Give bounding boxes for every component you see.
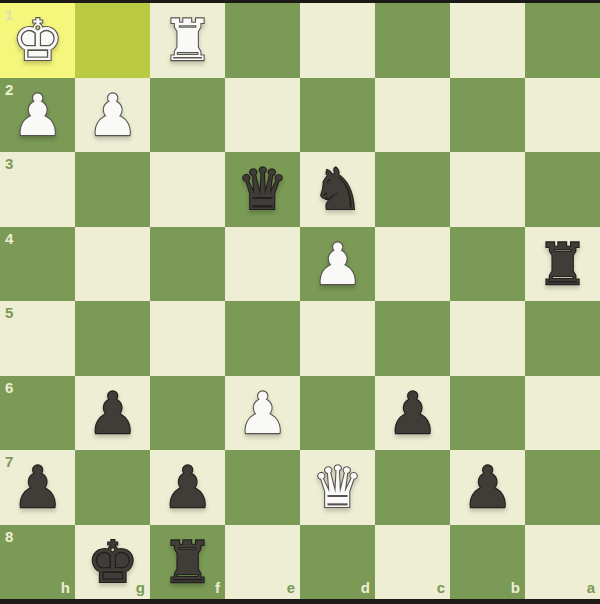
black-pawn[interactable]: ♟	[387, 376, 438, 450]
rank-label-4: 4	[5, 231, 13, 246]
square-h3[interactable]: 3	[0, 152, 75, 227]
white-queen[interactable]: ♛	[312, 450, 363, 524]
square-f7[interactable]: ♟	[150, 450, 225, 525]
square-f2[interactable]	[150, 78, 225, 153]
square-a7[interactable]	[525, 450, 600, 525]
square-f8[interactable]: f♜	[150, 525, 225, 600]
square-c8[interactable]: c	[375, 525, 450, 600]
white-king[interactable]: ♚	[12, 3, 63, 77]
square-e2[interactable]	[225, 78, 300, 153]
rank-label-5: 5	[5, 305, 13, 320]
bottom-edge-bar	[0, 599, 600, 604]
square-g3[interactable]	[75, 152, 150, 227]
white-pawn[interactable]: ♟	[87, 78, 138, 152]
square-c7[interactable]	[375, 450, 450, 525]
square-c6[interactable]: ♟	[375, 376, 450, 451]
square-b2[interactable]	[450, 78, 525, 153]
square-b5[interactable]	[450, 301, 525, 376]
square-c2[interactable]	[375, 78, 450, 153]
rank-label-6: 6	[5, 380, 13, 395]
square-c3[interactable]	[375, 152, 450, 227]
square-d4[interactable]: ♟	[300, 227, 375, 302]
square-e4[interactable]	[225, 227, 300, 302]
square-h6[interactable]: 6	[0, 376, 75, 451]
square-b8[interactable]: b	[450, 525, 525, 600]
square-f6[interactable]	[150, 376, 225, 451]
file-label-c: c	[437, 580, 445, 595]
square-h1[interactable]: 1♚	[0, 3, 75, 78]
square-e7[interactable]	[225, 450, 300, 525]
square-b4[interactable]	[450, 227, 525, 302]
file-label-b: b	[511, 580, 520, 595]
square-g6[interactable]: ♟	[75, 376, 150, 451]
square-d2[interactable]	[300, 78, 375, 153]
square-e5[interactable]	[225, 301, 300, 376]
square-b7[interactable]: ♟	[450, 450, 525, 525]
square-h7[interactable]: 7♟	[0, 450, 75, 525]
square-h5[interactable]: 5	[0, 301, 75, 376]
file-label-h: h	[61, 580, 70, 595]
square-a8[interactable]: a	[525, 525, 600, 600]
file-label-f: f	[215, 580, 220, 595]
file-label-a: a	[587, 580, 595, 595]
rank-label-8: 8	[5, 529, 13, 544]
square-e6[interactable]: ♟	[225, 376, 300, 451]
square-g5[interactable]	[75, 301, 150, 376]
square-d5[interactable]	[300, 301, 375, 376]
square-f3[interactable]	[150, 152, 225, 227]
square-b3[interactable]	[450, 152, 525, 227]
square-g4[interactable]	[75, 227, 150, 302]
square-f1[interactable]: ♜	[150, 3, 225, 78]
square-d6[interactable]	[300, 376, 375, 451]
white-rook[interactable]: ♜	[162, 3, 213, 77]
black-knight[interactable]: ♞	[312, 152, 363, 226]
square-g7[interactable]	[75, 450, 150, 525]
square-b1[interactable]	[450, 3, 525, 78]
square-d1[interactable]	[300, 3, 375, 78]
black-pawn[interactable]: ♟	[87, 376, 138, 450]
black-pawn[interactable]: ♟	[162, 450, 213, 524]
square-c1[interactable]	[375, 3, 450, 78]
chess-board: 1♚♜2♟♟3♛♞4♟♜56♟♟♟7♟♟♛♟8hg♚f♜edcba	[0, 3, 600, 599]
black-king[interactable]: ♚	[87, 525, 138, 599]
black-pawn[interactable]: ♟	[12, 450, 63, 524]
square-e8[interactable]: e	[225, 525, 300, 600]
square-a6[interactable]	[525, 376, 600, 451]
square-a5[interactable]	[525, 301, 600, 376]
square-g8[interactable]: g♚	[75, 525, 150, 600]
white-pawn[interactable]: ♟	[312, 227, 363, 301]
file-label-e: e	[287, 580, 295, 595]
white-pawn[interactable]: ♟	[12, 78, 63, 152]
square-f4[interactable]	[150, 227, 225, 302]
square-a2[interactable]	[525, 78, 600, 153]
square-d7[interactable]: ♛	[300, 450, 375, 525]
square-h4[interactable]: 4	[0, 227, 75, 302]
black-rook[interactable]: ♜	[537, 227, 588, 301]
rank-label-3: 3	[5, 156, 13, 171]
square-f5[interactable]	[150, 301, 225, 376]
square-e3[interactable]: ♛	[225, 152, 300, 227]
square-a3[interactable]	[525, 152, 600, 227]
file-label-d: d	[361, 580, 370, 595]
square-b6[interactable]	[450, 376, 525, 451]
black-pawn[interactable]: ♟	[462, 450, 513, 524]
square-c5[interactable]	[375, 301, 450, 376]
square-d8[interactable]: d	[300, 525, 375, 600]
square-g1[interactable]	[75, 3, 150, 78]
white-pawn[interactable]: ♟	[237, 376, 288, 450]
square-a4[interactable]: ♜	[525, 227, 600, 302]
app-screen: 1♚♜2♟♟3♛♞4♟♜56♟♟♟7♟♟♛♟8hg♚f♜edcba	[0, 0, 600, 604]
square-h2[interactable]: 2♟	[0, 78, 75, 153]
square-h8[interactable]: 8h	[0, 525, 75, 600]
square-e1[interactable]	[225, 3, 300, 78]
square-g2[interactable]: ♟	[75, 78, 150, 153]
square-a1[interactable]	[525, 3, 600, 78]
black-queen[interactable]: ♛	[237, 152, 288, 226]
square-d3[interactable]: ♞	[300, 152, 375, 227]
square-c4[interactable]	[375, 227, 450, 302]
black-rook[interactable]: ♜	[162, 525, 213, 599]
